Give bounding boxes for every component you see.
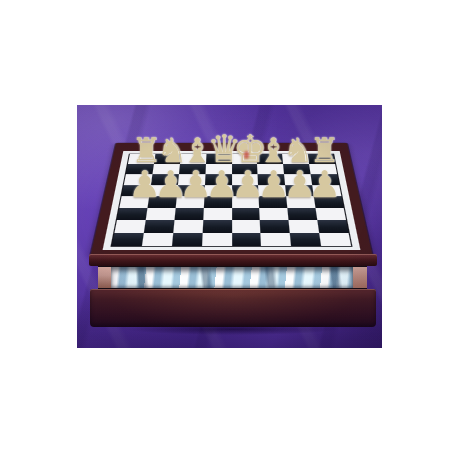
photo-vignette bbox=[77, 105, 382, 348]
chess-set-photo: ♜♞♝♛♚♝♞♜♟♟♟♟♟♟♟♟ bbox=[77, 105, 382, 348]
product-page: ♜♞♝♛♚♝♞♜♟♟♟♟♟♟♟♟ bbox=[0, 0, 458, 458]
